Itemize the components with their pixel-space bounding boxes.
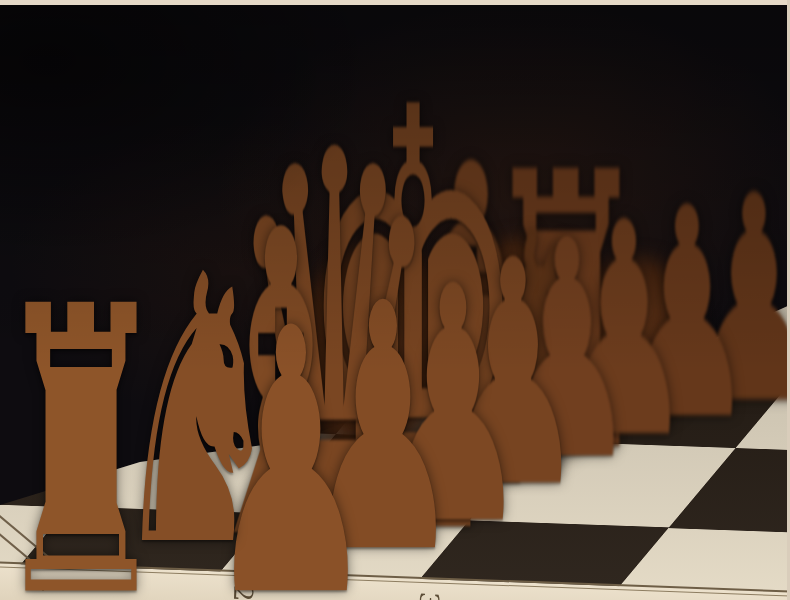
chess-set-photo: 123 ♜♞♝♚♛♝♟♟♟♟♟♟♟♟♞♜ bbox=[0, 0, 790, 600]
photo-edge-top bbox=[0, 0, 790, 5]
pieces-layer: ♜♞♝♚♛♝♟♟♟♟♟♟♟♟♞♜ bbox=[0, 0, 790, 600]
piece-rook-a1: ♜ bbox=[0, 256, 170, 600]
